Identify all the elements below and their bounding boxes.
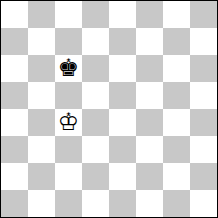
square-b1[interactable] bbox=[28, 190, 55, 217]
square-d3[interactable] bbox=[82, 136, 109, 163]
square-b4[interactable] bbox=[28, 109, 55, 136]
square-c1[interactable] bbox=[55, 190, 82, 217]
square-h8[interactable] bbox=[190, 1, 217, 28]
square-e5[interactable] bbox=[109, 82, 136, 109]
square-a1[interactable] bbox=[1, 190, 28, 217]
square-e8[interactable] bbox=[109, 1, 136, 28]
square-c3[interactable] bbox=[55, 136, 82, 163]
square-a4[interactable] bbox=[1, 109, 28, 136]
square-f5[interactable] bbox=[136, 82, 163, 109]
square-f3[interactable] bbox=[136, 136, 163, 163]
square-h7[interactable] bbox=[190, 28, 217, 55]
square-h3[interactable] bbox=[190, 136, 217, 163]
square-h4[interactable] bbox=[190, 109, 217, 136]
square-d1[interactable] bbox=[82, 190, 109, 217]
chess-board: ♚♔ bbox=[0, 0, 218, 218]
square-f7[interactable] bbox=[136, 28, 163, 55]
square-d8[interactable] bbox=[82, 1, 109, 28]
square-g2[interactable] bbox=[163, 163, 190, 190]
square-h5[interactable] bbox=[190, 82, 217, 109]
square-c7[interactable] bbox=[55, 28, 82, 55]
square-d6[interactable] bbox=[82, 55, 109, 82]
square-a6[interactable] bbox=[1, 55, 28, 82]
square-b3[interactable] bbox=[28, 136, 55, 163]
square-d4[interactable] bbox=[82, 109, 109, 136]
square-d2[interactable] bbox=[82, 163, 109, 190]
square-f6[interactable] bbox=[136, 55, 163, 82]
white-king[interactable]: ♔ bbox=[58, 109, 80, 136]
square-c8[interactable] bbox=[55, 1, 82, 28]
square-e3[interactable] bbox=[109, 136, 136, 163]
square-a7[interactable] bbox=[1, 28, 28, 55]
square-e6[interactable] bbox=[109, 55, 136, 82]
square-c6[interactable]: ♚ bbox=[55, 55, 82, 82]
square-e2[interactable] bbox=[109, 163, 136, 190]
square-f8[interactable] bbox=[136, 1, 163, 28]
square-d5[interactable] bbox=[82, 82, 109, 109]
square-g4[interactable] bbox=[163, 109, 190, 136]
black-king[interactable]: ♚ bbox=[58, 55, 80, 82]
square-f1[interactable] bbox=[136, 190, 163, 217]
square-d7[interactable] bbox=[82, 28, 109, 55]
square-a3[interactable] bbox=[1, 136, 28, 163]
square-b6[interactable] bbox=[28, 55, 55, 82]
square-b5[interactable] bbox=[28, 82, 55, 109]
square-a8[interactable] bbox=[1, 1, 28, 28]
square-b2[interactable] bbox=[28, 163, 55, 190]
square-e7[interactable] bbox=[109, 28, 136, 55]
square-h2[interactable] bbox=[190, 163, 217, 190]
square-g1[interactable] bbox=[163, 190, 190, 217]
square-g3[interactable] bbox=[163, 136, 190, 163]
square-b7[interactable] bbox=[28, 28, 55, 55]
square-f4[interactable] bbox=[136, 109, 163, 136]
square-c2[interactable] bbox=[55, 163, 82, 190]
square-c4[interactable]: ♔ bbox=[55, 109, 82, 136]
square-a5[interactable] bbox=[1, 82, 28, 109]
square-e4[interactable] bbox=[109, 109, 136, 136]
square-g5[interactable] bbox=[163, 82, 190, 109]
square-h6[interactable] bbox=[190, 55, 217, 82]
square-g8[interactable] bbox=[163, 1, 190, 28]
square-b8[interactable] bbox=[28, 1, 55, 28]
square-e1[interactable] bbox=[109, 190, 136, 217]
square-g6[interactable] bbox=[163, 55, 190, 82]
square-a2[interactable] bbox=[1, 163, 28, 190]
square-f2[interactable] bbox=[136, 163, 163, 190]
square-h1[interactable] bbox=[190, 190, 217, 217]
square-c5[interactable] bbox=[55, 82, 82, 109]
square-g7[interactable] bbox=[163, 28, 190, 55]
